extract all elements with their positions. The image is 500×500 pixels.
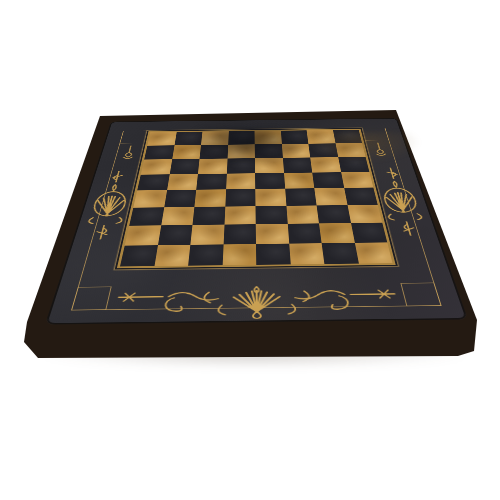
board-square-h3[interactable] <box>347 204 382 223</box>
corner-motif-top-left <box>119 131 148 144</box>
board-square-e1[interactable] <box>256 243 290 264</box>
board-square-e3[interactable] <box>255 206 287 225</box>
board-square-f5[interactable] <box>284 172 315 188</box>
board-square-f1[interactable] <box>289 243 325 264</box>
board-square-f3[interactable] <box>286 205 319 224</box>
board-square-a6[interactable] <box>141 159 172 174</box>
board-square-d7[interactable] <box>227 144 255 158</box>
board-square-g6[interactable] <box>310 157 341 172</box>
board-square-c8[interactable] <box>201 131 228 145</box>
board-square-a7[interactable] <box>144 145 174 159</box>
board-square-h7[interactable] <box>335 143 365 157</box>
corner-motif-top-right <box>360 128 389 141</box>
board-square-b5[interactable] <box>167 174 198 190</box>
board-square-d2[interactable] <box>223 224 256 244</box>
board-square-c2[interactable] <box>190 225 224 245</box>
board-square-d4[interactable] <box>225 189 256 206</box>
board-square-b6[interactable] <box>169 159 199 174</box>
board-square-h4[interactable] <box>344 188 378 205</box>
board-surface <box>45 118 468 325</box>
board-square-a4[interactable] <box>133 190 166 207</box>
board-square-e4[interactable] <box>255 189 286 206</box>
board-square-b4[interactable] <box>164 190 196 207</box>
board-square-f8[interactable] <box>281 130 309 143</box>
board-square-a2[interactable] <box>125 225 161 245</box>
board-square-c5[interactable] <box>196 173 226 189</box>
board-square-a8[interactable] <box>147 132 176 146</box>
board-square-h8[interactable] <box>333 130 362 143</box>
board-square-e7[interactable] <box>255 144 283 158</box>
board-square-h1[interactable] <box>354 242 392 263</box>
board-square-h6[interactable] <box>338 157 369 172</box>
corner-motif-bottom-right <box>400 283 441 307</box>
board-square-f2[interactable] <box>287 223 321 243</box>
board-square-f7[interactable] <box>282 144 311 158</box>
board-square-d1[interactable] <box>222 244 256 265</box>
grid-frame <box>117 129 396 269</box>
corner-motif-bottom-left <box>71 287 112 311</box>
board-square-g8[interactable] <box>307 130 336 143</box>
board-square-a5[interactable] <box>137 174 169 190</box>
board-square-g3[interactable] <box>317 205 351 224</box>
board-square-e5[interactable] <box>255 173 285 189</box>
board-square-c7[interactable] <box>200 145 228 159</box>
board-square-e8[interactable] <box>255 131 282 144</box>
board-square-a3[interactable] <box>129 207 164 226</box>
board-square-d8[interactable] <box>228 131 255 145</box>
board-square-c4[interactable] <box>194 189 225 206</box>
board-square-d5[interactable] <box>226 173 256 189</box>
board-square-e2[interactable] <box>256 224 289 244</box>
board-square-b7[interactable] <box>172 145 201 159</box>
board-square-d6[interactable] <box>226 158 255 173</box>
board-square-a1[interactable] <box>120 245 158 267</box>
board-square-h5[interactable] <box>341 172 374 188</box>
board-square-h2[interactable] <box>351 223 388 243</box>
board-square-d3[interactable] <box>224 206 256 225</box>
board-square-b1[interactable] <box>154 245 190 267</box>
board-square-c1[interactable] <box>188 244 223 266</box>
board-square-g4[interactable] <box>314 188 347 205</box>
board-square-g2[interactable] <box>319 223 354 243</box>
board-square-b2[interactable] <box>158 225 193 245</box>
board-square-b3[interactable] <box>161 207 195 226</box>
board-square-e6[interactable] <box>255 158 284 173</box>
board-tilt-wrapper <box>0 0 500 500</box>
checkerboard <box>120 130 393 267</box>
board-square-f6[interactable] <box>283 157 313 172</box>
board-square-c6[interactable] <box>198 159 227 174</box>
board-square-g5[interactable] <box>312 172 344 188</box>
board-square-g7[interactable] <box>308 143 338 157</box>
board-square-b8[interactable] <box>174 132 202 146</box>
board-square-f4[interactable] <box>285 188 317 205</box>
board-square-c3[interactable] <box>192 206 224 225</box>
board-square-g1[interactable] <box>322 243 359 264</box>
